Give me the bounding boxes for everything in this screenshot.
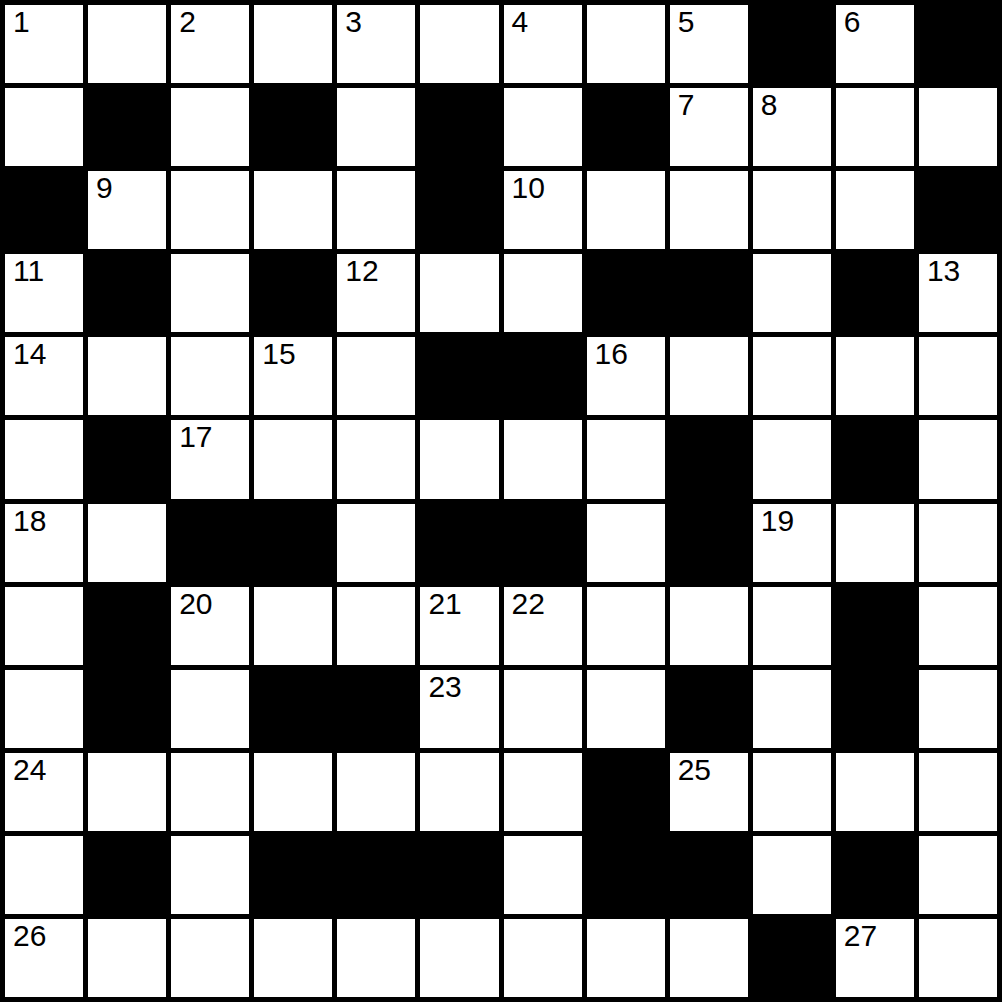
letter-cell-r11-c0[interactable]: 26 <box>5 919 83 997</box>
clue-number-18: 18 <box>13 505 46 537</box>
letter-cell-r8-c11[interactable] <box>919 670 997 748</box>
letter-cell-r4-c8[interactable] <box>670 337 748 415</box>
block-cell-r1-c1 <box>88 88 166 166</box>
block-cell-r7-c10 <box>836 587 914 665</box>
letter-cell-r5-c4[interactable] <box>337 420 415 498</box>
letter-cell-r11-c2[interactable] <box>171 919 249 997</box>
block-cell-r0-c9 <box>753 5 831 83</box>
letter-cell-r0-c6[interactable]: 4 <box>504 5 582 83</box>
letter-cell-r1-c6[interactable] <box>504 88 582 166</box>
letter-cell-r0-c5[interactable] <box>420 5 498 83</box>
letter-cell-r9-c10[interactable] <box>836 753 914 831</box>
letter-cell-r11-c6[interactable] <box>504 919 582 997</box>
letter-cell-r2-c9[interactable] <box>753 171 831 249</box>
letter-cell-r9-c9[interactable] <box>753 753 831 831</box>
letter-cell-r9-c11[interactable] <box>919 753 997 831</box>
clue-number-19: 19 <box>761 505 794 537</box>
letter-cell-r1-c9[interactable]: 8 <box>753 88 831 166</box>
letter-cell-r10-c0[interactable] <box>5 836 83 914</box>
letter-cell-r4-c0[interactable]: 14 <box>5 337 83 415</box>
clue-number-26: 26 <box>13 920 46 952</box>
block-cell-r6-c2 <box>171 504 249 582</box>
block-cell-r6-c6 <box>504 504 582 582</box>
letter-cell-r11-c4[interactable] <box>337 919 415 997</box>
letter-cell-r8-c9[interactable] <box>753 670 831 748</box>
clue-number-4: 4 <box>512 6 529 38</box>
letter-cell-r11-c11[interactable] <box>919 919 997 997</box>
letter-cell-r2-c7[interactable] <box>587 171 665 249</box>
block-cell-r6-c8 <box>670 504 748 582</box>
letter-cell-r0-c10[interactable]: 6 <box>836 5 914 83</box>
clue-number-5: 5 <box>678 6 695 38</box>
letter-cell-r7-c6[interactable]: 22 <box>504 587 582 665</box>
letter-cell-r9-c6[interactable] <box>504 753 582 831</box>
block-cell-r3-c8 <box>670 254 748 332</box>
letter-cell-r5-c3[interactable] <box>254 420 332 498</box>
block-cell-r1-c5 <box>420 88 498 166</box>
letter-cell-r2-c10[interactable] <box>836 171 914 249</box>
letter-cell-r9-c8[interactable]: 25 <box>670 753 748 831</box>
letter-cell-r9-c3[interactable] <box>254 753 332 831</box>
block-cell-r6-c5 <box>420 504 498 582</box>
block-cell-r10-c7 <box>587 836 665 914</box>
clue-number-1: 1 <box>13 6 30 38</box>
block-cell-r8-c4 <box>337 670 415 748</box>
clue-number-9: 9 <box>96 172 113 204</box>
clue-number-12: 12 <box>345 255 378 287</box>
block-cell-r10-c5 <box>420 836 498 914</box>
clue-number-24: 24 <box>13 754 46 786</box>
letter-cell-r7-c9[interactable] <box>753 587 831 665</box>
letter-cell-r7-c3[interactable] <box>254 587 332 665</box>
letter-cell-r0-c2[interactable]: 2 <box>171 5 249 83</box>
block-cell-r5-c1 <box>88 420 166 498</box>
clue-number-11: 11 <box>13 255 44 287</box>
letter-cell-r5-c5[interactable] <box>420 420 498 498</box>
block-cell-r0-c11 <box>919 5 997 83</box>
block-cell-r5-c8 <box>670 420 748 498</box>
letter-cell-r3-c9[interactable] <box>753 254 831 332</box>
letter-cell-r0-c3[interactable] <box>254 5 332 83</box>
block-cell-r8-c10 <box>836 670 914 748</box>
letter-cell-r11-c7[interactable] <box>587 919 665 997</box>
letter-cell-r7-c5[interactable]: 21 <box>420 587 498 665</box>
letter-cell-r7-c0[interactable] <box>5 587 83 665</box>
block-cell-r4-c5 <box>420 337 498 415</box>
letter-cell-r9-c0[interactable]: 24 <box>5 753 83 831</box>
letter-cell-r4-c10[interactable] <box>836 337 914 415</box>
letter-cell-r5-c11[interactable] <box>919 420 997 498</box>
letter-cell-r2-c1[interactable]: 9 <box>88 171 166 249</box>
letter-cell-r11-c3[interactable] <box>254 919 332 997</box>
block-cell-r6-c3 <box>254 504 332 582</box>
crossword-grid: 1234567891011121314151617181920212223242… <box>0 0 1002 1002</box>
clue-number-14: 14 <box>13 338 46 370</box>
block-cell-r7-c1 <box>88 587 166 665</box>
block-cell-r2-c11 <box>919 171 997 249</box>
block-cell-r8-c3 <box>254 670 332 748</box>
letter-cell-r1-c0[interactable] <box>5 88 83 166</box>
letter-cell-r1-c4[interactable] <box>337 88 415 166</box>
letter-cell-r6-c10[interactable] <box>836 504 914 582</box>
clue-number-20: 20 <box>179 588 212 620</box>
clue-number-27: 27 <box>844 920 877 952</box>
block-cell-r1-c7 <box>587 88 665 166</box>
block-cell-r11-c9 <box>753 919 831 997</box>
letter-cell-r11-c8[interactable] <box>670 919 748 997</box>
block-cell-r10-c4 <box>337 836 415 914</box>
letter-cell-r5-c0[interactable] <box>5 420 83 498</box>
clue-number-10: 10 <box>512 172 545 204</box>
letter-cell-r3-c5[interactable] <box>420 254 498 332</box>
block-cell-r4-c6 <box>504 337 582 415</box>
block-cell-r1-c3 <box>254 88 332 166</box>
clue-number-22: 22 <box>512 588 545 620</box>
letter-cell-r9-c2[interactable] <box>171 753 249 831</box>
letter-cell-r8-c0[interactable] <box>5 670 83 748</box>
block-cell-r2-c5 <box>420 171 498 249</box>
clue-number-16: 16 <box>595 338 628 370</box>
block-cell-r3-c3 <box>254 254 332 332</box>
letter-cell-r11-c1[interactable] <box>88 919 166 997</box>
letter-cell-r2-c8[interactable] <box>670 171 748 249</box>
letter-cell-r3-c4[interactable]: 12 <box>337 254 415 332</box>
letter-cell-r6-c0[interactable]: 18 <box>5 504 83 582</box>
clue-number-17: 17 <box>179 421 212 453</box>
clue-number-6: 6 <box>844 6 861 38</box>
letter-cell-r7-c8[interactable] <box>670 587 748 665</box>
letter-cell-r7-c4[interactable] <box>337 587 415 665</box>
block-cell-r9-c7 <box>587 753 665 831</box>
block-cell-r5-c10 <box>836 420 914 498</box>
letter-cell-r0-c8[interactable]: 5 <box>670 5 748 83</box>
clue-number-3: 3 <box>345 6 362 38</box>
letter-cell-r4-c4[interactable] <box>337 337 415 415</box>
letter-cell-r0-c7[interactable] <box>587 5 665 83</box>
letter-cell-r1-c10[interactable] <box>836 88 914 166</box>
letter-cell-r8-c6[interactable] <box>504 670 582 748</box>
letter-cell-r3-c11[interactable]: 13 <box>919 254 997 332</box>
letter-cell-r9-c1[interactable] <box>88 753 166 831</box>
letter-cell-r10-c9[interactable] <box>753 836 831 914</box>
block-cell-r8-c1 <box>88 670 166 748</box>
letter-cell-r4-c3[interactable]: 15 <box>254 337 332 415</box>
letter-cell-r2-c4[interactable] <box>337 171 415 249</box>
block-cell-r3-c7 <box>587 254 665 332</box>
letter-cell-r7-c2[interactable]: 20 <box>171 587 249 665</box>
block-cell-r3-c1 <box>88 254 166 332</box>
letter-cell-r6-c4[interactable] <box>337 504 415 582</box>
letter-cell-r8-c7[interactable] <box>587 670 665 748</box>
clue-number-13: 13 <box>927 255 960 287</box>
letter-cell-r6-c9[interactable]: 19 <box>753 504 831 582</box>
clue-number-2: 2 <box>179 6 196 38</box>
letter-cell-r5-c7[interactable] <box>587 420 665 498</box>
letter-cell-r6-c11[interactable] <box>919 504 997 582</box>
letter-cell-r3-c2[interactable] <box>171 254 249 332</box>
block-cell-r10-c3 <box>254 836 332 914</box>
letter-cell-r6-c1[interactable] <box>88 504 166 582</box>
letter-cell-r10-c11[interactable] <box>919 836 997 914</box>
clue-number-8: 8 <box>761 89 778 121</box>
letter-cell-r8-c2[interactable] <box>171 670 249 748</box>
letter-cell-r2-c6[interactable]: 10 <box>504 171 582 249</box>
block-cell-r10-c8 <box>670 836 748 914</box>
clue-number-21: 21 <box>428 588 461 620</box>
letter-cell-r11-c10[interactable]: 27 <box>836 919 914 997</box>
letter-cell-r4-c7[interactable]: 16 <box>587 337 665 415</box>
letter-cell-r1-c8[interactable]: 7 <box>670 88 748 166</box>
letter-cell-r2-c3[interactable] <box>254 171 332 249</box>
block-cell-r8-c8 <box>670 670 748 748</box>
letter-cell-r0-c4[interactable]: 3 <box>337 5 415 83</box>
letter-cell-r5-c6[interactable] <box>504 420 582 498</box>
letter-cell-r4-c1[interactable] <box>88 337 166 415</box>
letter-cell-r6-c7[interactable] <box>587 504 665 582</box>
letter-cell-r3-c0[interactable]: 11 <box>5 254 83 332</box>
letter-cell-r1-c11[interactable] <box>919 88 997 166</box>
letter-cell-r5-c2[interactable]: 17 <box>171 420 249 498</box>
letter-cell-r4-c2[interactable] <box>171 337 249 415</box>
block-cell-r3-c10 <box>836 254 914 332</box>
letter-cell-r0-c1[interactable] <box>88 5 166 83</box>
block-cell-r10-c10 <box>836 836 914 914</box>
letter-cell-r7-c11[interactable] <box>919 587 997 665</box>
clue-number-23: 23 <box>428 671 461 703</box>
letter-cell-r10-c2[interactable] <box>171 836 249 914</box>
letter-cell-r2-c2[interactable] <box>171 171 249 249</box>
clue-number-15: 15 <box>262 338 295 370</box>
clue-number-25: 25 <box>678 754 711 786</box>
letter-cell-r4-c11[interactable] <box>919 337 997 415</box>
letter-cell-r9-c4[interactable] <box>337 753 415 831</box>
letter-cell-r7-c7[interactable] <box>587 587 665 665</box>
block-cell-r10-c1 <box>88 836 166 914</box>
letter-cell-r0-c0[interactable]: 1 <box>5 5 83 83</box>
clue-number-7: 7 <box>678 89 695 121</box>
letter-cell-r9-c5[interactable] <box>420 753 498 831</box>
letter-cell-r4-c9[interactable] <box>753 337 831 415</box>
letter-cell-r5-c9[interactable] <box>753 420 831 498</box>
letter-cell-r10-c6[interactable] <box>504 836 582 914</box>
letter-cell-r8-c5[interactable]: 23 <box>420 670 498 748</box>
letter-cell-r3-c6[interactable] <box>504 254 582 332</box>
block-cell-r2-c0 <box>5 171 83 249</box>
letter-cell-r11-c5[interactable] <box>420 919 498 997</box>
letter-cell-r1-c2[interactable] <box>171 88 249 166</box>
